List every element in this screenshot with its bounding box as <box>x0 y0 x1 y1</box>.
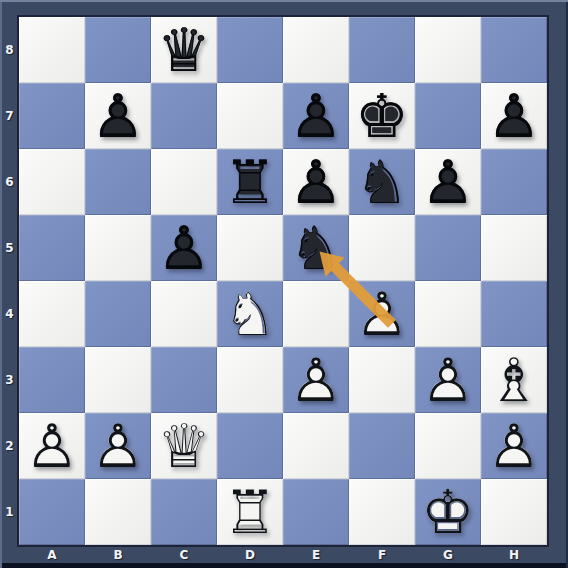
square-b5[interactable] <box>85 215 151 281</box>
black-king-outline-icon: ♔ <box>349 83 415 149</box>
square-d3[interactable] <box>217 347 283 413</box>
piece-black-pawn[interactable]: ♟♙ <box>151 215 217 281</box>
square-h7[interactable]: ♟♙ <box>481 83 547 149</box>
file-label-a: A <box>19 545 85 564</box>
square-b1[interactable] <box>85 479 151 545</box>
square-g1[interactable]: ♚♔ <box>415 479 481 545</box>
white-queen-outline-icon: ♕ <box>151 413 217 479</box>
square-c4[interactable] <box>151 281 217 347</box>
square-h3[interactable]: ♝♗ <box>481 347 547 413</box>
square-e1[interactable] <box>283 479 349 545</box>
square-f8[interactable] <box>349 17 415 83</box>
square-h5[interactable] <box>481 215 547 281</box>
piece-black-pawn[interactable]: ♟♙ <box>481 83 547 149</box>
white-king-outline-icon: ♔ <box>415 479 481 545</box>
square-c7[interactable] <box>151 83 217 149</box>
white-pawn-outline-icon: ♙ <box>283 347 349 413</box>
file-labels: ABCDEFGH <box>19 545 547 564</box>
piece-black-pawn[interactable]: ♟♙ <box>283 149 349 215</box>
square-e6[interactable]: ♟♙ <box>283 149 349 215</box>
black-queen-outline-icon: ♕ <box>151 17 217 83</box>
rank-labels: 87654321 <box>0 17 19 545</box>
piece-white-pawn[interactable]: ♟♙ <box>19 413 85 479</box>
piece-black-knight[interactable]: ♞♘ <box>283 215 349 281</box>
square-e8[interactable] <box>283 17 349 83</box>
black-pawn-outline-icon: ♙ <box>481 83 547 149</box>
square-h6[interactable] <box>481 149 547 215</box>
square-c8[interactable]: ♛♕ <box>151 17 217 83</box>
chess-board[interactable]: ♛♕♟♙♟♙♚♔♟♙♜♖♟♙♞♘♟♙♟♙♞♘♞♘♟♙♟♙♟♙♝♗♟♙♟♙♛♕♟♙… <box>19 17 547 545</box>
piece-white-queen[interactable]: ♛♕ <box>151 413 217 479</box>
square-a8[interactable] <box>19 17 85 83</box>
piece-black-knight[interactable]: ♞♘ <box>349 149 415 215</box>
rank-label-2: 2 <box>0 413 19 479</box>
piece-white-pawn[interactable]: ♟♙ <box>349 281 415 347</box>
rank-label-4: 4 <box>0 281 19 347</box>
white-pawn-outline-icon: ♙ <box>85 413 151 479</box>
square-a2[interactable]: ♟♙ <box>19 413 85 479</box>
black-pawn-outline-icon: ♙ <box>85 83 151 149</box>
square-a7[interactable] <box>19 83 85 149</box>
black-pawn-outline-icon: ♙ <box>283 83 349 149</box>
rank-label-5: 5 <box>0 215 19 281</box>
piece-black-rook[interactable]: ♜♖ <box>217 149 283 215</box>
white-pawn-outline-icon: ♙ <box>481 413 547 479</box>
square-g3[interactable]: ♟♙ <box>415 347 481 413</box>
square-a6[interactable] <box>19 149 85 215</box>
square-b7[interactable]: ♟♙ <box>85 83 151 149</box>
rank-label-6: 6 <box>0 149 19 215</box>
rank-label-3: 3 <box>0 347 19 413</box>
file-label-c: C <box>151 545 217 564</box>
square-g2[interactable] <box>415 413 481 479</box>
square-a4[interactable] <box>19 281 85 347</box>
square-b2[interactable]: ♟♙ <box>85 413 151 479</box>
piece-white-pawn[interactable]: ♟♙ <box>283 347 349 413</box>
piece-white-pawn[interactable]: ♟♙ <box>415 347 481 413</box>
square-g4[interactable] <box>415 281 481 347</box>
piece-white-bishop[interactable]: ♝♗ <box>481 347 547 413</box>
square-b6[interactable] <box>85 149 151 215</box>
file-label-h: H <box>481 545 547 564</box>
rank-label-1: 1 <box>0 479 19 545</box>
file-label-f: F <box>349 545 415 564</box>
square-d5[interactable] <box>217 215 283 281</box>
piece-white-king[interactable]: ♚♔ <box>415 479 481 545</box>
white-knight-outline-icon: ♘ <box>217 281 283 347</box>
square-b8[interactable] <box>85 17 151 83</box>
square-c6[interactable] <box>151 149 217 215</box>
square-a5[interactable] <box>19 215 85 281</box>
black-pawn-outline-icon: ♙ <box>283 149 349 215</box>
square-e2[interactable] <box>283 413 349 479</box>
black-knight-outline-icon: ♘ <box>349 149 415 215</box>
square-d4[interactable]: ♞♘ <box>217 281 283 347</box>
black-knight-outline-icon: ♘ <box>283 215 349 281</box>
file-label-d: D <box>217 545 283 564</box>
file-label-e: E <box>283 545 349 564</box>
square-f3[interactable] <box>349 347 415 413</box>
square-f5[interactable] <box>349 215 415 281</box>
file-label-b: B <box>85 545 151 564</box>
black-pawn-outline-icon: ♙ <box>415 149 481 215</box>
square-h4[interactable] <box>481 281 547 347</box>
piece-white-rook[interactable]: ♜♖ <box>217 479 283 545</box>
square-d2[interactable] <box>217 413 283 479</box>
square-g6[interactable]: ♟♙ <box>415 149 481 215</box>
piece-black-pawn[interactable]: ♟♙ <box>85 83 151 149</box>
piece-white-pawn[interactable]: ♟♙ <box>85 413 151 479</box>
square-g8[interactable] <box>415 17 481 83</box>
square-c1[interactable] <box>151 479 217 545</box>
piece-black-queen[interactable]: ♛♕ <box>151 17 217 83</box>
square-d1[interactable]: ♜♖ <box>217 479 283 545</box>
square-f2[interactable] <box>349 413 415 479</box>
rank-label-8: 8 <box>0 17 19 83</box>
white-pawn-outline-icon: ♙ <box>349 281 415 347</box>
piece-black-pawn[interactable]: ♟♙ <box>283 83 349 149</box>
square-d8[interactable] <box>217 17 283 83</box>
square-f6[interactable]: ♞♘ <box>349 149 415 215</box>
rank-label-7: 7 <box>0 83 19 149</box>
square-a3[interactable] <box>19 347 85 413</box>
square-h8[interactable] <box>481 17 547 83</box>
black-rook-outline-icon: ♖ <box>217 149 283 215</box>
black-pawn-outline-icon: ♙ <box>151 215 217 281</box>
square-f7[interactable]: ♚♔ <box>349 83 415 149</box>
piece-white-knight[interactable]: ♞♘ <box>217 281 283 347</box>
square-g5[interactable] <box>415 215 481 281</box>
square-c2[interactable]: ♛♕ <box>151 413 217 479</box>
square-e5[interactable]: ♞♘ <box>283 215 349 281</box>
file-label-g: G <box>415 545 481 564</box>
square-b3[interactable] <box>85 347 151 413</box>
square-h1[interactable] <box>481 479 547 545</box>
piece-white-pawn[interactable]: ♟♙ <box>481 413 547 479</box>
piece-black-king[interactable]: ♚♔ <box>349 83 415 149</box>
square-f4[interactable]: ♟♙ <box>349 281 415 347</box>
piece-black-pawn[interactable]: ♟♙ <box>415 149 481 215</box>
square-e3[interactable]: ♟♙ <box>283 347 349 413</box>
square-e7[interactable]: ♟♙ <box>283 83 349 149</box>
square-d7[interactable] <box>217 83 283 149</box>
square-g7[interactable] <box>415 83 481 149</box>
square-c3[interactable] <box>151 347 217 413</box>
square-h2[interactable]: ♟♙ <box>481 413 547 479</box>
white-pawn-outline-icon: ♙ <box>415 347 481 413</box>
square-e4[interactable] <box>283 281 349 347</box>
square-c5[interactable]: ♟♙ <box>151 215 217 281</box>
white-rook-outline-icon: ♖ <box>217 479 283 545</box>
white-pawn-outline-icon: ♙ <box>19 413 85 479</box>
white-bishop-outline-icon: ♗ <box>481 347 547 413</box>
square-f1[interactable] <box>349 479 415 545</box>
chess-board-frame: 87654321 ♛♕♟♙♟♙♚♔♟♙♜♖♟♙♞♘♟♙♟♙♞♘♞♘♟♙♟♙♟♙♝… <box>0 0 568 568</box>
square-d6[interactable]: ♜♖ <box>217 149 283 215</box>
square-a1[interactable] <box>19 479 85 545</box>
square-b4[interactable] <box>85 281 151 347</box>
